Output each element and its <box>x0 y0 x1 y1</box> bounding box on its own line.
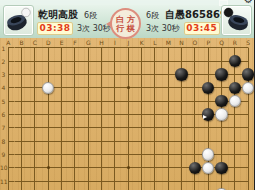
board-point-D2[interactable] <box>42 55 55 68</box>
board-point-B6[interactable] <box>15 108 28 121</box>
board-point-N5[interactable] <box>175 95 188 108</box>
board-point-D6[interactable] <box>42 108 55 121</box>
badge-char: 棋 <box>127 24 135 33</box>
black-player-avatar <box>221 5 252 36</box>
board-point-Q9[interactable] <box>215 148 228 161</box>
board-point-M5[interactable] <box>162 95 175 108</box>
board-point-Q10[interactable] <box>215 161 228 174</box>
board-point-R8[interactable] <box>228 135 241 148</box>
board-point-B11[interactable] <box>15 175 28 188</box>
board-point-C1[interactable] <box>28 41 41 54</box>
board-point-N12[interactable] <box>175 188 188 190</box>
board-point-A5[interactable] <box>2 95 15 108</box>
board-point-K6[interactable] <box>135 108 148 121</box>
game-header: ⚙ 乾明高股 6段 03:38 3次 30秒 白 方 行 <box>0 0 254 39</box>
board-point-F2[interactable] <box>68 55 81 68</box>
white-player-name: 乾明高股 <box>38 8 78 22</box>
board-point-B8[interactable] <box>15 135 28 148</box>
board-point-G2[interactable] <box>82 55 95 68</box>
board-point-M12[interactable] <box>162 188 175 190</box>
board-point-S9[interactable] <box>242 148 255 161</box>
board-point-R5[interactable] <box>228 95 241 108</box>
board-point-L7[interactable] <box>148 121 161 134</box>
go-bowl-icon <box>4 6 33 35</box>
board-point-H3[interactable] <box>95 68 108 81</box>
board-point-P10[interactable] <box>202 161 215 174</box>
board-point-B3[interactable] <box>15 68 28 81</box>
board-point-L9[interactable] <box>148 148 161 161</box>
board-point-O2[interactable] <box>188 55 201 68</box>
go-bowl-icon <box>222 6 251 35</box>
board-point-P2[interactable] <box>202 55 215 68</box>
board-point-D3[interactable] <box>42 68 55 81</box>
board-point-Q4[interactable] <box>215 81 228 94</box>
board-point-B1[interactable] <box>15 41 28 54</box>
board-point-M11[interactable] <box>162 175 175 188</box>
board-point-B9[interactable] <box>15 148 28 161</box>
board-point-H5[interactable] <box>95 95 108 108</box>
board-point-M2[interactable] <box>162 55 175 68</box>
board-point-L12[interactable] <box>148 188 161 190</box>
board-point-E3[interactable] <box>55 68 68 81</box>
board-point-R7[interactable] <box>228 121 241 134</box>
board-point-O4[interactable] <box>188 81 201 94</box>
board-point-E12[interactable] <box>55 188 68 190</box>
board-point-C7[interactable] <box>28 121 41 134</box>
board-point-G9[interactable] <box>82 148 95 161</box>
board-point-F9[interactable] <box>68 148 81 161</box>
board-point-G8[interactable] <box>82 135 95 148</box>
board-point-N1[interactable] <box>175 41 188 54</box>
board-point-E10[interactable] <box>55 161 68 174</box>
board-point-I9[interactable] <box>108 148 121 161</box>
white-player-info: 乾明高股 6段 <box>38 8 97 22</box>
star-point <box>47 166 50 169</box>
board-point-L8[interactable] <box>148 135 161 148</box>
board-point-H8[interactable] <box>95 135 108 148</box>
board-point-E4[interactable] <box>55 81 68 94</box>
board-point-A12[interactable] <box>2 188 15 190</box>
board-point-N6[interactable] <box>175 108 188 121</box>
black-stone <box>215 68 227 80</box>
board-point-K3[interactable] <box>135 68 148 81</box>
black-stone <box>175 68 187 80</box>
board-point-A11[interactable] <box>2 175 15 188</box>
board-point-D12[interactable] <box>42 188 55 190</box>
black-stone <box>229 55 241 67</box>
board-point-D4[interactable] <box>42 81 55 94</box>
board-point-P11[interactable] <box>202 175 215 188</box>
board-point-K1[interactable] <box>135 41 148 54</box>
black-stone <box>215 95 227 107</box>
board-point-O5[interactable] <box>188 95 201 108</box>
board-point-A4[interactable] <box>2 81 15 94</box>
board-point-O1[interactable] <box>188 41 201 54</box>
board-point-J1[interactable] <box>122 41 135 54</box>
board-point-J10[interactable] <box>122 161 135 174</box>
board-point-Q8[interactable] <box>215 135 228 148</box>
board-point-C8[interactable] <box>28 135 41 148</box>
board-point-K2[interactable] <box>135 55 148 68</box>
board-point-F1[interactable] <box>68 41 81 54</box>
board-point-C5[interactable] <box>28 95 41 108</box>
board-point-O3[interactable] <box>188 68 201 81</box>
board-point-M6[interactable] <box>162 108 175 121</box>
board-point-O8[interactable] <box>188 135 201 148</box>
board-point-E1[interactable] <box>55 41 68 54</box>
board-point-D7[interactable] <box>42 121 55 134</box>
white-stone <box>202 148 214 160</box>
board-point-H2[interactable] <box>95 55 108 68</box>
board-point-H4[interactable] <box>95 81 108 94</box>
board-point-P8[interactable] <box>202 135 215 148</box>
board-point-F10[interactable] <box>68 161 81 174</box>
board-point-I12[interactable] <box>108 188 121 190</box>
badge-char: 行 <box>116 24 124 33</box>
board-point-L2[interactable] <box>148 55 161 68</box>
board-point-A10[interactable] <box>2 161 15 174</box>
board-point-S6[interactable] <box>242 108 255 121</box>
board-point-R12[interactable] <box>228 188 241 190</box>
board-point-G10[interactable] <box>82 161 95 174</box>
board-point-K4[interactable] <box>135 81 148 94</box>
board-point-D5[interactable] <box>42 95 55 108</box>
board-point-K11[interactable] <box>135 175 148 188</box>
board-point-M10[interactable] <box>162 161 175 174</box>
board-point-S2[interactable] <box>242 55 255 68</box>
board-point-I10[interactable] <box>108 161 121 174</box>
black-stone <box>202 108 214 120</box>
black-player-info: 6段 自愚865869 <box>146 8 227 22</box>
board-point-L1[interactable] <box>148 41 161 54</box>
board-point-N3[interactable] <box>175 68 188 81</box>
top-toolbar-strip <box>0 0 254 5</box>
board-point-N10[interactable] <box>175 161 188 174</box>
board-point-C9[interactable] <box>28 148 41 161</box>
board-point-M3[interactable] <box>162 68 175 81</box>
board-point-C3[interactable] <box>28 68 41 81</box>
board-point-A1[interactable] <box>2 41 15 54</box>
white-player-clock: 03:38 3次 30秒 <box>37 22 111 35</box>
app-window: ⚙ 乾明高股 6段 03:38 3次 30秒 白 方 行 <box>0 0 254 190</box>
board-point-I6[interactable] <box>108 108 121 121</box>
board-point-B2[interactable] <box>15 55 28 68</box>
white-player-avatar <box>3 5 34 36</box>
board-point-R9[interactable] <box>228 148 241 161</box>
board-point-Q2[interactable] <box>215 55 228 68</box>
board-point-I5[interactable] <box>108 95 121 108</box>
white-stone <box>242 82 254 94</box>
board-point-J3[interactable] <box>122 68 135 81</box>
board-point-Q3[interactable] <box>215 68 228 81</box>
board-point-A2[interactable] <box>2 55 15 68</box>
badge-char: 白 <box>116 15 124 24</box>
board-point-D11[interactable] <box>42 175 55 188</box>
board-point-E7[interactable] <box>55 121 68 134</box>
board-point-L6[interactable] <box>148 108 161 121</box>
board-point-L11[interactable] <box>148 175 161 188</box>
board-point-S1[interactable] <box>242 41 255 54</box>
board-point-C11[interactable] <box>28 175 41 188</box>
board-point-R11[interactable] <box>228 175 241 188</box>
board-point-B12[interactable] <box>15 188 28 190</box>
board-point-S4[interactable] <box>242 81 255 94</box>
board-point-F7[interactable] <box>68 121 81 134</box>
board-point-P1[interactable] <box>202 41 215 54</box>
board-point-R10[interactable] <box>228 161 241 174</box>
board-point-A7[interactable] <box>2 121 15 134</box>
board-point-F12[interactable] <box>68 188 81 190</box>
board-point-R6[interactable] <box>228 108 241 121</box>
black-player-name: 自愚865869 <box>165 8 227 22</box>
board-point-D8[interactable] <box>42 135 55 148</box>
board-point-P12[interactable] <box>202 188 215 190</box>
board-point-S5[interactable] <box>242 95 255 108</box>
star-point <box>127 86 130 89</box>
board-point-H12[interactable] <box>95 188 108 190</box>
board-point-G4[interactable] <box>82 81 95 94</box>
board-point-G12[interactable] <box>82 188 95 190</box>
board-point-N4[interactable] <box>175 81 188 94</box>
board-point-E9[interactable] <box>55 148 68 161</box>
board-point-Q7[interactable] <box>215 121 228 134</box>
board-point-H9[interactable] <box>95 148 108 161</box>
black-stone <box>202 82 214 94</box>
board-point-K8[interactable] <box>135 135 148 148</box>
board-point-E2[interactable] <box>55 55 68 68</box>
board-point-L3[interactable] <box>148 68 161 81</box>
board-point-P3[interactable] <box>202 68 215 81</box>
board-point-P7[interactable] <box>202 121 215 134</box>
board-point-F3[interactable] <box>68 68 81 81</box>
board-point-R3[interactable] <box>228 68 241 81</box>
board-point-B7[interactable] <box>15 121 28 134</box>
board-point-S8[interactable] <box>242 135 255 148</box>
board-point-C2[interactable] <box>28 55 41 68</box>
board-point-S7[interactable] <box>242 121 255 134</box>
board-point-F8[interactable] <box>68 135 81 148</box>
board-point-I7[interactable] <box>108 121 121 134</box>
board-point-S10[interactable] <box>242 161 255 174</box>
board-point-E8[interactable] <box>55 135 68 148</box>
board-point-N11[interactable] <box>175 175 188 188</box>
board-point-C4[interactable] <box>28 81 41 94</box>
board-point-H6[interactable] <box>95 108 108 121</box>
board-point-D9[interactable] <box>42 148 55 161</box>
board-point-O12[interactable] <box>188 188 201 190</box>
black-player-clock: 3次 30秒 03:45 <box>146 22 220 35</box>
board-point-N8[interactable] <box>175 135 188 148</box>
board-point-L10[interactable] <box>148 161 161 174</box>
board-point-E11[interactable] <box>55 175 68 188</box>
board-point-I1[interactable] <box>108 41 121 54</box>
board-point-O6[interactable] <box>188 108 201 121</box>
board-point-F5[interactable] <box>68 95 81 108</box>
board-point-O9[interactable] <box>188 148 201 161</box>
board-point-D10[interactable] <box>42 161 55 174</box>
board-point-M9[interactable] <box>162 148 175 161</box>
board-point-N9[interactable] <box>175 148 188 161</box>
board-point-C12[interactable] <box>28 188 41 190</box>
black-byoyomi: 3次 30秒 <box>146 23 180 34</box>
board-point-O10[interactable] <box>188 161 201 174</box>
board-point-G7[interactable] <box>82 121 95 134</box>
white-stone <box>215 188 227 190</box>
star-point <box>127 166 130 169</box>
board-point-A9[interactable] <box>2 148 15 161</box>
board-point-H7[interactable] <box>95 121 108 134</box>
black-stone <box>229 82 241 94</box>
board-point-M8[interactable] <box>162 135 175 148</box>
board-point-J11[interactable] <box>122 175 135 188</box>
board-point-G1[interactable] <box>82 41 95 54</box>
board-point-F6[interactable] <box>68 108 81 121</box>
board-point-L5[interactable] <box>148 95 161 108</box>
board-point-A3[interactable] <box>2 68 15 81</box>
board-point-R4[interactable] <box>228 81 241 94</box>
board-point-J2[interactable] <box>122 55 135 68</box>
board-point-K7[interactable] <box>135 121 148 134</box>
board-point-G5[interactable] <box>82 95 95 108</box>
board-point-F4[interactable] <box>68 81 81 94</box>
board-point-Q5[interactable] <box>215 95 228 108</box>
board-point-B5[interactable] <box>15 95 28 108</box>
board-point-G6[interactable] <box>82 108 95 121</box>
board-point-K10[interactable] <box>135 161 148 174</box>
board-point-J9[interactable] <box>122 148 135 161</box>
board-point-S3[interactable] <box>242 68 255 81</box>
board-point-M4[interactable] <box>162 81 175 94</box>
board-point-C6[interactable] <box>28 108 41 121</box>
board-point-G11[interactable] <box>82 175 95 188</box>
board-point-H1[interactable] <box>95 41 108 54</box>
black-timer: 03:45 <box>184 22 220 35</box>
board-point-P6[interactable] <box>202 108 215 121</box>
black-stone <box>215 162 227 174</box>
board-point-A6[interactable] <box>2 108 15 121</box>
board-point-J6[interactable] <box>122 108 135 121</box>
board-point-H11[interactable] <box>95 175 108 188</box>
board-point-B4[interactable] <box>15 81 28 94</box>
board-point-O11[interactable] <box>188 175 201 188</box>
board-point-N2[interactable] <box>175 55 188 68</box>
board-point-S12[interactable] <box>242 188 255 190</box>
board-point-J12[interactable] <box>122 188 135 190</box>
board-point-O7[interactable] <box>188 121 201 134</box>
board-point-P9[interactable] <box>202 148 215 161</box>
board-grid <box>2 41 254 190</box>
board-point-J5[interactable] <box>122 95 135 108</box>
board-point-I8[interactable] <box>108 135 121 148</box>
board-point-Q11[interactable] <box>215 175 228 188</box>
board-point-E5[interactable] <box>55 95 68 108</box>
board-point-I3[interactable] <box>108 68 121 81</box>
board-point-N7[interactable] <box>175 121 188 134</box>
go-board: ABCDEFGHIJKLMNOPQRS 1234567891011 <box>0 38 254 190</box>
white-stone <box>202 162 214 174</box>
board-point-G3[interactable] <box>82 68 95 81</box>
board-point-Q12[interactable] <box>215 188 228 190</box>
board-point-E6[interactable] <box>55 108 68 121</box>
board-point-B10[interactable] <box>15 161 28 174</box>
white-player-rank: 6段 <box>84 10 97 21</box>
board-point-A8[interactable] <box>2 135 15 148</box>
board-point-P4[interactable] <box>202 81 215 94</box>
board-point-I2[interactable] <box>108 55 121 68</box>
board-point-S11[interactable] <box>242 175 255 188</box>
board-point-J4[interactable] <box>122 81 135 94</box>
board-point-R1[interactable] <box>228 41 241 54</box>
last-move-marker <box>203 115 207 119</box>
board-point-F11[interactable] <box>68 175 81 188</box>
board-point-C10[interactable] <box>28 161 41 174</box>
board-point-J8[interactable] <box>122 135 135 148</box>
black-stone <box>189 162 201 174</box>
black-player-rank: 6段 <box>146 10 159 21</box>
white-timer: 03:38 <box>37 22 73 35</box>
turn-indicator-badge: 白 方 行 棋 <box>110 8 141 39</box>
board-point-H10[interactable] <box>95 161 108 174</box>
board-point-K9[interactable] <box>135 148 148 161</box>
badge-char: 方 <box>127 15 135 24</box>
board-point-I4[interactable] <box>108 81 121 94</box>
board-point-Q6[interactable] <box>215 108 228 121</box>
board-point-D1[interactable] <box>42 41 55 54</box>
board-point-R2[interactable] <box>228 55 241 68</box>
board-point-K5[interactable] <box>135 95 148 108</box>
board-point-K12[interactable] <box>135 188 148 190</box>
board-point-M1[interactable] <box>162 41 175 54</box>
board-point-P5[interactable] <box>202 95 215 108</box>
board-point-I11[interactable] <box>108 175 121 188</box>
board-point-L4[interactable] <box>148 81 161 94</box>
board-point-Q1[interactable] <box>215 41 228 54</box>
white-stone <box>42 82 54 94</box>
board-point-M7[interactable] <box>162 121 175 134</box>
white-stone <box>229 95 241 107</box>
board-point-J7[interactable] <box>122 121 135 134</box>
white-stone <box>215 108 227 120</box>
black-stone <box>242 68 254 80</box>
